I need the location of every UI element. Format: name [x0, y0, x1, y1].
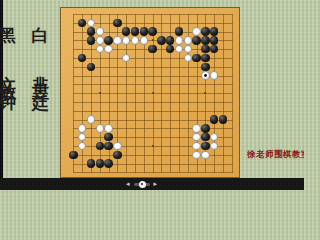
white-stone — [192, 151, 201, 160]
black-stone — [201, 133, 210, 142]
watermark-text: 徐老师围棋教室 — [247, 149, 304, 161]
white-stone — [192, 142, 201, 151]
knob-dot — [141, 183, 143, 185]
white-stone — [96, 36, 105, 45]
black-stone — [78, 54, 87, 63]
white-stone — [113, 36, 122, 45]
white-stone — [210, 133, 219, 142]
black-stone — [201, 45, 210, 54]
black-stone — [104, 133, 113, 142]
black-stone — [157, 36, 166, 45]
white-color-label: 白 — [32, 26, 49, 45]
playback-bar: ◂ ▸ — [0, 178, 304, 190]
next-move-button[interactable]: ▸ — [154, 180, 158, 188]
white-stone — [192, 27, 201, 36]
black-stone — [148, 27, 157, 36]
prev-move-button[interactable]: ◂ — [126, 180, 130, 188]
white-stone — [96, 124, 105, 133]
black-color-label: 黑 — [0, 26, 16, 45]
white-stone — [78, 142, 87, 151]
grid-line — [73, 102, 232, 103]
black-stone — [87, 36, 96, 45]
white-stone — [113, 142, 122, 151]
black-stone — [104, 159, 113, 168]
black-stone — [201, 36, 210, 45]
white-player-name: 芈昱廷 — [31, 62, 49, 89]
grid-line — [232, 14, 233, 173]
black-stone — [122, 27, 131, 36]
star-point — [152, 145, 154, 147]
white-stone — [192, 124, 201, 133]
grid-line — [73, 120, 232, 121]
white-stone — [175, 36, 184, 45]
white-stone — [87, 115, 96, 124]
black-player-name: 文敏钟 — [0, 62, 16, 89]
white-stone — [78, 124, 87, 133]
black-stone — [104, 142, 113, 151]
star-point — [152, 92, 154, 94]
grid-line — [73, 111, 232, 112]
last-move-marker — [204, 74, 207, 77]
go-board[interactable] — [60, 7, 240, 178]
black-stone — [87, 159, 96, 168]
white-stone — [201, 151, 210, 160]
white-stone — [175, 45, 184, 54]
black-stone — [87, 27, 96, 36]
white-stone — [78, 133, 87, 142]
white-stone — [122, 36, 131, 45]
white-stone — [104, 45, 113, 54]
black-stone — [201, 142, 210, 151]
black-stone — [201, 63, 210, 72]
white-player-column: 白 芈昱廷 — [31, 26, 49, 89]
black-stone — [140, 27, 149, 36]
black-stone — [201, 27, 210, 36]
black-stone — [219, 115, 228, 124]
black-stone — [96, 142, 105, 151]
black-stone — [175, 27, 184, 36]
black-stone — [201, 124, 210, 133]
white-stone — [184, 45, 193, 54]
black-stone — [210, 27, 219, 36]
white-stone — [210, 71, 219, 80]
white-stone — [131, 36, 140, 45]
white-stone — [140, 36, 149, 45]
black-stone — [166, 45, 175, 54]
grid-line — [223, 14, 224, 173]
black-stone — [148, 45, 157, 54]
progress-knob[interactable] — [139, 181, 146, 188]
black-stone — [113, 19, 122, 28]
white-stone — [122, 54, 131, 63]
playback-controls: ◂ ▸ — [126, 180, 157, 188]
black-player-column: 黑 文敏钟 — [0, 26, 16, 89]
white-stone — [184, 36, 193, 45]
white-stone — [184, 54, 193, 63]
black-stone — [78, 19, 87, 28]
black-stone — [210, 45, 219, 54]
black-stone — [210, 36, 219, 45]
black-stone — [210, 115, 219, 124]
progress-track[interactable] — [134, 183, 150, 186]
white-stone — [96, 45, 105, 54]
black-stone — [104, 36, 113, 45]
white-stone — [96, 27, 105, 36]
black-stone — [166, 36, 175, 45]
white-stone — [210, 142, 219, 151]
black-stone — [87, 63, 96, 72]
white-stone — [201, 71, 210, 80]
black-stone — [192, 54, 201, 63]
black-stone — [113, 151, 122, 160]
white-stone — [104, 124, 113, 133]
grid-line — [73, 172, 232, 173]
black-stone — [131, 27, 140, 36]
white-stone — [192, 133, 201, 142]
black-stone — [69, 151, 78, 160]
white-stone — [87, 19, 96, 28]
black-stone — [96, 159, 105, 168]
black-stone — [201, 54, 210, 63]
black-stone — [192, 36, 201, 45]
